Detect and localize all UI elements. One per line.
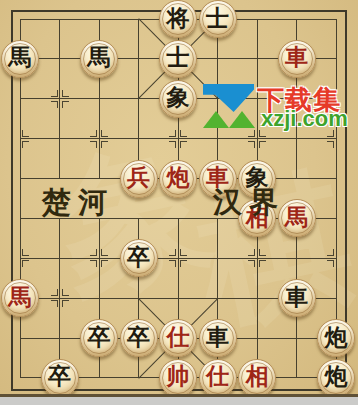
piece-black-elephant[interactable]: 象 [159, 80, 197, 118]
piece-black-advisor[interactable]: 士 [199, 0, 237, 38]
point-marker [50, 89, 70, 109]
point-marker [326, 248, 346, 268]
piece-character: 馬 [9, 46, 32, 69]
piece-character: 士 [167, 46, 190, 69]
piece-red-chariot[interactable]: 車 [278, 40, 316, 78]
piece-black-horse[interactable]: 馬 [80, 40, 118, 78]
river-label-left: 楚 河 [42, 183, 120, 223]
piece-character: 車 [285, 46, 308, 69]
piece-red-horse[interactable]: 馬 [1, 279, 39, 317]
grid-vline [257, 218, 258, 378]
piece-character: 象 [167, 86, 190, 109]
piece-character: 車 [206, 326, 229, 349]
piece-red-cannon[interactable]: 炮 [159, 160, 197, 198]
piece-red-general[interactable]: 帅 [159, 359, 197, 397]
piece-character: 仕 [167, 326, 190, 349]
point-marker [247, 248, 267, 268]
piece-black-chariot[interactable]: 車 [199, 319, 237, 357]
piece-character: 卒 [88, 326, 111, 349]
piece-black-soldier[interactable]: 卒 [120, 239, 158, 277]
point-marker [168, 129, 188, 149]
piece-black-horse[interactable]: 馬 [1, 40, 39, 78]
piece-black-advisor[interactable]: 士 [159, 40, 197, 78]
point-marker [89, 248, 109, 268]
piece-black-soldier[interactable]: 卒 [120, 319, 158, 357]
point-marker [89, 129, 109, 149]
piece-black-general[interactable]: 将 [159, 0, 197, 38]
piece-red-advisor[interactable]: 仕 [159, 319, 197, 357]
piece-black-soldier[interactable]: 卒 [80, 319, 118, 357]
piece-black-soldier[interactable]: 卒 [41, 359, 79, 397]
piece-red-advisor[interactable]: 仕 [199, 359, 237, 397]
piece-character: 炮 [325, 365, 348, 388]
point-marker [168, 248, 188, 268]
piece-black-chariot[interactable]: 車 [278, 279, 316, 317]
piece-character: 仕 [206, 365, 229, 388]
river-label-right: 汉 界 [213, 183, 297, 223]
piece-character: 炮 [325, 326, 348, 349]
xiangqi-game-screenshot: 象 棋 将士馬馬士車象兵炮車象相馬卒馬車卒卒仕車炮卒帅仕相炮 楚 河 汉 界 下… [0, 0, 358, 405]
point-marker [50, 288, 70, 308]
piece-black-cannon[interactable]: 炮 [317, 319, 355, 357]
point-marker [10, 248, 30, 268]
piece-character: 士 [206, 7, 229, 30]
piece-character: 卒 [48, 365, 71, 388]
piece-character: 兵 [127, 166, 150, 189]
piece-character: 炮 [167, 166, 190, 189]
point-marker [10, 129, 30, 149]
piece-character: 帅 [167, 365, 190, 388]
piece-red-soldier[interactable]: 兵 [120, 160, 158, 198]
piece-character: 馬 [88, 46, 111, 69]
piece-character: 車 [285, 286, 308, 309]
watermark-site: xzji.com [261, 106, 348, 132]
piece-red-elephant[interactable]: 相 [238, 359, 276, 397]
piece-character: 相 [246, 365, 269, 388]
piece-character: 卒 [127, 326, 150, 349]
piece-character: 卒 [127, 246, 150, 269]
piece-character: 将 [167, 7, 190, 30]
piece-black-cannon[interactable]: 炮 [317, 359, 355, 397]
piece-character: 馬 [9, 286, 32, 309]
window-edge [0, 397, 358, 405]
